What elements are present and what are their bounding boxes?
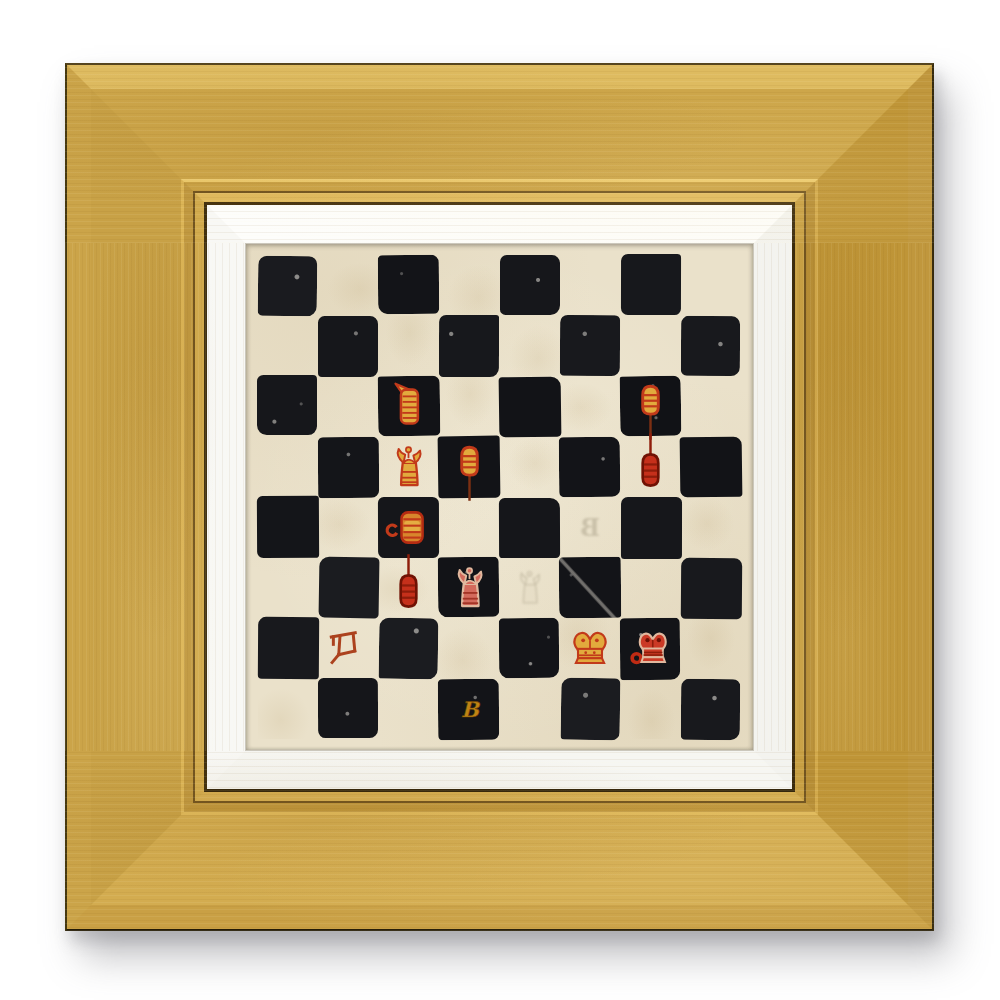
square-r8c1 xyxy=(258,679,319,740)
square-r8c4: B xyxy=(439,679,500,740)
piece-ghost-ghost-letter: B xyxy=(560,497,621,558)
square-r1c1 xyxy=(258,255,319,316)
ghost-crown-icon xyxy=(516,569,543,607)
mitre-bishop-icon xyxy=(571,630,609,666)
pawn-bell-stem-up-icon xyxy=(637,431,664,489)
piece-gold-scribal-letter: B xyxy=(439,679,500,740)
square-r5c3 xyxy=(379,497,440,558)
square-r6c5 xyxy=(500,558,561,619)
square-r3c6 xyxy=(560,376,621,437)
crowned-queen-icon xyxy=(392,444,425,490)
piece-ghost-ghost-crown xyxy=(500,558,561,619)
square-r5c4 xyxy=(439,497,500,558)
pawn-bell-stem-down-icon xyxy=(456,445,483,503)
dark-square-paint xyxy=(681,558,742,619)
dark-square-paint xyxy=(318,678,378,738)
dark-square-paint xyxy=(257,496,319,558)
piece-red-crowned-king xyxy=(439,558,500,619)
frame-outer-edge: BB xyxy=(65,63,934,931)
square-r7c5 xyxy=(500,618,561,679)
dark-square-paint xyxy=(681,678,741,739)
square-r6c8 xyxy=(681,558,742,619)
square-r4c7 xyxy=(621,437,682,498)
square-r3c5 xyxy=(500,376,561,437)
square-r1c8 xyxy=(681,255,742,316)
square-r7c6 xyxy=(560,618,621,679)
piece-gold-tilted-barrel-rook xyxy=(379,376,440,437)
svg-text:B: B xyxy=(580,514,600,542)
scribal-glyph-icon xyxy=(328,627,361,665)
square-r3c3 xyxy=(379,376,440,437)
square-r1c4 xyxy=(439,255,500,316)
square-r1c7 xyxy=(621,255,682,316)
square-r3c8 xyxy=(681,376,742,437)
square-r4c1 xyxy=(258,437,319,498)
dark-square-paint xyxy=(258,255,317,316)
ghost-letter-icon: B xyxy=(569,510,611,544)
dark-square-paint xyxy=(499,498,561,559)
square-r2c5 xyxy=(500,316,561,377)
mitre-bishop-with-ring-icon xyxy=(630,630,672,667)
page-background: BB xyxy=(0,0,1000,1000)
svg-text:B: B xyxy=(461,696,481,721)
square-r6c4 xyxy=(439,558,500,619)
dark-square-paint xyxy=(560,678,620,740)
dark-square-paint xyxy=(258,617,319,679)
square-r1c2 xyxy=(318,255,379,316)
frame-inner-lip: BB xyxy=(181,179,818,815)
artwork-paper: BB xyxy=(245,243,754,751)
square-r2c2 xyxy=(318,316,379,377)
picture-frame: BB xyxy=(65,63,934,931)
barrel-knight-with-ring-icon xyxy=(385,509,429,546)
piece-gold-mitre-bishop xyxy=(560,618,621,679)
dark-square-paint xyxy=(499,618,560,678)
square-r3c2 xyxy=(318,376,379,437)
square-r2c1 xyxy=(258,316,319,377)
square-r5c7 xyxy=(621,497,682,558)
square-r7c7 xyxy=(621,618,682,679)
dark-square-paint xyxy=(681,316,741,376)
chess-board: BB xyxy=(258,255,742,739)
square-r3c1 xyxy=(258,376,319,437)
square-r3c4 xyxy=(439,376,500,437)
dark-square-paint xyxy=(317,436,378,498)
dark-square-paint xyxy=(560,315,620,377)
dark-square-paint xyxy=(379,618,438,680)
square-r5c2 xyxy=(318,497,379,558)
dark-square-paint xyxy=(319,557,380,619)
dark-square-paint xyxy=(621,497,682,559)
square-r7c8 xyxy=(681,618,742,679)
pawn-bell-stem-up-icon xyxy=(395,552,422,610)
square-r4c6 xyxy=(560,437,621,498)
square-r8c5 xyxy=(500,679,561,740)
square-r3c7 xyxy=(621,376,682,437)
square-r6c3 xyxy=(379,558,440,619)
square-r4c8 xyxy=(681,437,742,498)
dark-square-paint xyxy=(500,255,560,315)
dark-square-paint xyxy=(498,377,561,437)
piece-gold-pawn-bell-stem-down xyxy=(621,376,682,437)
square-r2c7 xyxy=(621,316,682,377)
square-r6c7 xyxy=(621,558,682,619)
square-r5c5 xyxy=(500,497,561,558)
square-r2c8 xyxy=(681,316,742,377)
piece-red-pawn-bell-stem-up xyxy=(621,437,682,498)
piece-red-mitre-bishop-with-ring xyxy=(621,618,682,679)
square-r7c1 xyxy=(258,618,319,679)
dark-square-paint xyxy=(680,437,743,498)
square-r8c7 xyxy=(621,679,682,740)
square-r4c2 xyxy=(318,437,379,498)
piece-red-barrel-knight-with-ring xyxy=(379,497,440,558)
square-r5c8 xyxy=(681,497,742,558)
square-r5c1 xyxy=(258,497,319,558)
square-r7c3 xyxy=(379,618,440,679)
dark-square-paint xyxy=(257,375,317,435)
square-r2c3 xyxy=(379,316,440,377)
crowned-king-icon xyxy=(453,565,486,611)
square-r5c6: B xyxy=(560,497,621,558)
square-r8c6 xyxy=(560,679,621,740)
dark-square-paint xyxy=(621,254,682,315)
dark-square-paint xyxy=(559,437,620,498)
piece-gold-crowned-queen xyxy=(379,437,440,498)
piece-red-pawn-bell-stem-up xyxy=(379,558,440,619)
square-r8c8 xyxy=(681,679,742,740)
square-r4c4 xyxy=(439,437,500,498)
frame-scoop: BB xyxy=(91,89,908,905)
square-r1c5 xyxy=(500,255,561,316)
square-r4c5 xyxy=(500,437,561,498)
square-r8c3 xyxy=(379,679,440,740)
square-r6c6 xyxy=(560,558,621,619)
dark-square-paint xyxy=(439,314,499,376)
square-r8c2 xyxy=(318,679,379,740)
dark-square-paint xyxy=(378,255,440,315)
dark-square-paint xyxy=(559,556,622,617)
square-r2c6 xyxy=(560,316,621,377)
square-r6c1 xyxy=(258,558,319,619)
square-r6c2 xyxy=(318,558,379,619)
dark-square-paint xyxy=(318,316,378,377)
square-r2c4 xyxy=(439,316,500,377)
scribal-letter-icon: B xyxy=(456,695,482,723)
frame-mat: BB xyxy=(207,205,792,789)
square-r7c4 xyxy=(439,618,500,679)
tilted-barrel-rook-icon xyxy=(392,382,426,426)
square-r1c3 xyxy=(379,255,440,316)
piece-gold-pawn-bell-stem-down xyxy=(439,437,500,498)
square-r4c3 xyxy=(379,437,440,498)
square-r1c6 xyxy=(560,255,621,316)
frame-outer-band: BB xyxy=(67,65,932,929)
piece-red-scribal-glyph xyxy=(318,618,379,679)
square-r7c2 xyxy=(318,618,379,679)
